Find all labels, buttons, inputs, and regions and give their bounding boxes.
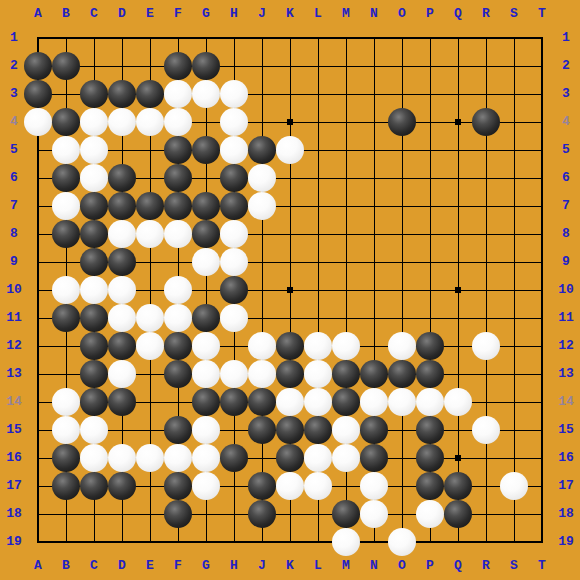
intersection-H3[interactable] <box>220 80 248 108</box>
intersection-R16[interactable] <box>472 444 500 472</box>
intersection-C10[interactable] <box>80 276 108 304</box>
intersection-E10[interactable] <box>136 276 164 304</box>
intersection-N19[interactable] <box>360 528 388 556</box>
intersection-G11[interactable] <box>192 304 220 332</box>
intersection-N12[interactable] <box>360 332 388 360</box>
intersection-N15[interactable] <box>360 416 388 444</box>
intersection-Q5[interactable] <box>444 136 472 164</box>
intersection-Q13[interactable] <box>444 360 472 388</box>
intersection-C4[interactable] <box>80 108 108 136</box>
intersection-M13[interactable] <box>332 360 360 388</box>
intersection-O18[interactable] <box>388 500 416 528</box>
intersection-C3[interactable] <box>80 80 108 108</box>
intersection-G1[interactable] <box>192 24 220 52</box>
intersection-N2[interactable] <box>360 52 388 80</box>
intersection-M7[interactable] <box>332 192 360 220</box>
intersection-A14[interactable] <box>24 388 52 416</box>
intersection-F3[interactable] <box>164 80 192 108</box>
intersection-H18[interactable] <box>220 500 248 528</box>
intersection-Q7[interactable] <box>444 192 472 220</box>
intersection-B7[interactable] <box>52 192 80 220</box>
intersection-J14[interactable] <box>248 388 276 416</box>
intersection-R17[interactable] <box>472 472 500 500</box>
intersection-O9[interactable] <box>388 248 416 276</box>
intersection-S17[interactable] <box>500 472 528 500</box>
intersection-R13[interactable] <box>472 360 500 388</box>
intersection-O3[interactable] <box>388 80 416 108</box>
intersection-A7[interactable] <box>24 192 52 220</box>
intersection-L17[interactable] <box>304 472 332 500</box>
intersection-O14[interactable] <box>388 388 416 416</box>
intersection-A15[interactable] <box>24 416 52 444</box>
intersection-P4[interactable] <box>416 108 444 136</box>
intersection-E6[interactable] <box>136 164 164 192</box>
intersection-A6[interactable] <box>24 164 52 192</box>
intersection-D11[interactable] <box>108 304 136 332</box>
intersection-M14[interactable] <box>332 388 360 416</box>
intersection-P7[interactable] <box>416 192 444 220</box>
intersection-D2[interactable] <box>108 52 136 80</box>
intersection-C15[interactable] <box>80 416 108 444</box>
intersection-F17[interactable] <box>164 472 192 500</box>
intersection-L5[interactable] <box>304 136 332 164</box>
intersection-D14[interactable] <box>108 388 136 416</box>
intersection-H9[interactable] <box>220 248 248 276</box>
intersection-K10[interactable] <box>276 276 304 304</box>
intersection-K15[interactable] <box>276 416 304 444</box>
intersection-A19[interactable] <box>24 528 52 556</box>
intersection-P1[interactable] <box>416 24 444 52</box>
intersection-D16[interactable] <box>108 444 136 472</box>
intersection-E18[interactable] <box>136 500 164 528</box>
intersection-T18[interactable] <box>528 500 556 528</box>
intersection-K1[interactable] <box>276 24 304 52</box>
intersection-R3[interactable] <box>472 80 500 108</box>
intersection-S7[interactable] <box>500 192 528 220</box>
intersection-O7[interactable] <box>388 192 416 220</box>
intersection-C12[interactable] <box>80 332 108 360</box>
intersection-A17[interactable] <box>24 472 52 500</box>
intersection-T4[interactable] <box>528 108 556 136</box>
intersection-T6[interactable] <box>528 164 556 192</box>
intersection-G17[interactable] <box>192 472 220 500</box>
intersection-A4[interactable] <box>24 108 52 136</box>
intersection-J12[interactable] <box>248 332 276 360</box>
intersection-D3[interactable] <box>108 80 136 108</box>
intersection-N14[interactable] <box>360 388 388 416</box>
intersection-G8[interactable] <box>192 220 220 248</box>
intersection-H17[interactable] <box>220 472 248 500</box>
intersection-D17[interactable] <box>108 472 136 500</box>
intersection-C1[interactable] <box>80 24 108 52</box>
intersection-M10[interactable] <box>332 276 360 304</box>
go-board[interactable] <box>24 24 556 556</box>
intersection-N10[interactable] <box>360 276 388 304</box>
intersection-S14[interactable] <box>500 388 528 416</box>
intersection-M15[interactable] <box>332 416 360 444</box>
intersection-Q17[interactable] <box>444 472 472 500</box>
intersection-A18[interactable] <box>24 500 52 528</box>
intersection-B6[interactable] <box>52 164 80 192</box>
intersection-P8[interactable] <box>416 220 444 248</box>
intersection-Q6[interactable] <box>444 164 472 192</box>
intersection-F4[interactable] <box>164 108 192 136</box>
intersection-O1[interactable] <box>388 24 416 52</box>
intersection-A5[interactable] <box>24 136 52 164</box>
intersection-M4[interactable] <box>332 108 360 136</box>
intersection-N9[interactable] <box>360 248 388 276</box>
intersection-J7[interactable] <box>248 192 276 220</box>
intersection-M3[interactable] <box>332 80 360 108</box>
intersection-Q14[interactable] <box>444 388 472 416</box>
intersection-T11[interactable] <box>528 304 556 332</box>
intersection-K11[interactable] <box>276 304 304 332</box>
intersection-G2[interactable] <box>192 52 220 80</box>
intersection-L13[interactable] <box>304 360 332 388</box>
intersection-S1[interactable] <box>500 24 528 52</box>
intersection-M1[interactable] <box>332 24 360 52</box>
intersection-G9[interactable] <box>192 248 220 276</box>
intersection-S5[interactable] <box>500 136 528 164</box>
intersection-B12[interactable] <box>52 332 80 360</box>
intersection-B13[interactable] <box>52 360 80 388</box>
intersection-T17[interactable] <box>528 472 556 500</box>
intersection-B8[interactable] <box>52 220 80 248</box>
intersection-O17[interactable] <box>388 472 416 500</box>
intersection-G15[interactable] <box>192 416 220 444</box>
intersection-S11[interactable] <box>500 304 528 332</box>
intersection-F12[interactable] <box>164 332 192 360</box>
intersection-T15[interactable] <box>528 416 556 444</box>
intersection-R14[interactable] <box>472 388 500 416</box>
intersection-G4[interactable] <box>192 108 220 136</box>
intersection-A12[interactable] <box>24 332 52 360</box>
intersection-G12[interactable] <box>192 332 220 360</box>
intersection-N13[interactable] <box>360 360 388 388</box>
intersection-T19[interactable] <box>528 528 556 556</box>
intersection-S8[interactable] <box>500 220 528 248</box>
intersection-P13[interactable] <box>416 360 444 388</box>
intersection-C9[interactable] <box>80 248 108 276</box>
intersection-K16[interactable] <box>276 444 304 472</box>
intersection-J4[interactable] <box>248 108 276 136</box>
intersection-R2[interactable] <box>472 52 500 80</box>
intersection-F10[interactable] <box>164 276 192 304</box>
intersection-L16[interactable] <box>304 444 332 472</box>
intersection-G18[interactable] <box>192 500 220 528</box>
intersection-T10[interactable] <box>528 276 556 304</box>
intersection-L6[interactable] <box>304 164 332 192</box>
intersection-F6[interactable] <box>164 164 192 192</box>
intersection-H6[interactable] <box>220 164 248 192</box>
intersection-G5[interactable] <box>192 136 220 164</box>
intersection-P12[interactable] <box>416 332 444 360</box>
intersection-P15[interactable] <box>416 416 444 444</box>
intersection-B4[interactable] <box>52 108 80 136</box>
intersection-A9[interactable] <box>24 248 52 276</box>
intersection-K8[interactable] <box>276 220 304 248</box>
intersection-H7[interactable] <box>220 192 248 220</box>
intersection-D8[interactable] <box>108 220 136 248</box>
intersection-O13[interactable] <box>388 360 416 388</box>
intersection-H11[interactable] <box>220 304 248 332</box>
intersection-L8[interactable] <box>304 220 332 248</box>
intersection-T2[interactable] <box>528 52 556 80</box>
intersection-O5[interactable] <box>388 136 416 164</box>
intersection-E13[interactable] <box>136 360 164 388</box>
intersection-F13[interactable] <box>164 360 192 388</box>
intersection-B1[interactable] <box>52 24 80 52</box>
intersection-G19[interactable] <box>192 528 220 556</box>
intersection-D9[interactable] <box>108 248 136 276</box>
intersection-S18[interactable] <box>500 500 528 528</box>
intersection-G7[interactable] <box>192 192 220 220</box>
intersection-K13[interactable] <box>276 360 304 388</box>
intersection-F19[interactable] <box>164 528 192 556</box>
intersection-E19[interactable] <box>136 528 164 556</box>
intersection-C17[interactable] <box>80 472 108 500</box>
intersection-L15[interactable] <box>304 416 332 444</box>
intersection-J8[interactable] <box>248 220 276 248</box>
intersection-T3[interactable] <box>528 80 556 108</box>
intersection-P19[interactable] <box>416 528 444 556</box>
intersection-J1[interactable] <box>248 24 276 52</box>
intersection-O8[interactable] <box>388 220 416 248</box>
intersection-A2[interactable] <box>24 52 52 80</box>
intersection-K19[interactable] <box>276 528 304 556</box>
intersection-D15[interactable] <box>108 416 136 444</box>
intersection-P9[interactable] <box>416 248 444 276</box>
intersection-L7[interactable] <box>304 192 332 220</box>
intersection-L18[interactable] <box>304 500 332 528</box>
intersection-J5[interactable] <box>248 136 276 164</box>
intersection-A13[interactable] <box>24 360 52 388</box>
intersection-C5[interactable] <box>80 136 108 164</box>
intersection-B17[interactable] <box>52 472 80 500</box>
intersection-E11[interactable] <box>136 304 164 332</box>
intersection-C6[interactable] <box>80 164 108 192</box>
intersection-O16[interactable] <box>388 444 416 472</box>
intersection-Q15[interactable] <box>444 416 472 444</box>
intersection-P16[interactable] <box>416 444 444 472</box>
intersection-T16[interactable] <box>528 444 556 472</box>
intersection-Q9[interactable] <box>444 248 472 276</box>
intersection-L4[interactable] <box>304 108 332 136</box>
intersection-O12[interactable] <box>388 332 416 360</box>
intersection-R5[interactable] <box>472 136 500 164</box>
intersection-T9[interactable] <box>528 248 556 276</box>
intersection-F7[interactable] <box>164 192 192 220</box>
intersection-B19[interactable] <box>52 528 80 556</box>
intersection-Q11[interactable] <box>444 304 472 332</box>
intersection-R19[interactable] <box>472 528 500 556</box>
intersection-S6[interactable] <box>500 164 528 192</box>
intersection-K2[interactable] <box>276 52 304 80</box>
intersection-M2[interactable] <box>332 52 360 80</box>
intersection-M12[interactable] <box>332 332 360 360</box>
intersection-K18[interactable] <box>276 500 304 528</box>
intersection-C2[interactable] <box>80 52 108 80</box>
intersection-N16[interactable] <box>360 444 388 472</box>
intersection-O2[interactable] <box>388 52 416 80</box>
intersection-G14[interactable] <box>192 388 220 416</box>
intersection-S4[interactable] <box>500 108 528 136</box>
intersection-S10[interactable] <box>500 276 528 304</box>
intersection-S13[interactable] <box>500 360 528 388</box>
intersection-K14[interactable] <box>276 388 304 416</box>
intersection-Q4[interactable] <box>444 108 472 136</box>
intersection-P3[interactable] <box>416 80 444 108</box>
intersection-Q1[interactable] <box>444 24 472 52</box>
intersection-F18[interactable] <box>164 500 192 528</box>
intersection-H14[interactable] <box>220 388 248 416</box>
intersection-K6[interactable] <box>276 164 304 192</box>
intersection-R12[interactable] <box>472 332 500 360</box>
intersection-C19[interactable] <box>80 528 108 556</box>
intersection-E9[interactable] <box>136 248 164 276</box>
intersection-G16[interactable] <box>192 444 220 472</box>
intersection-N1[interactable] <box>360 24 388 52</box>
intersection-Q2[interactable] <box>444 52 472 80</box>
intersection-J9[interactable] <box>248 248 276 276</box>
intersection-M9[interactable] <box>332 248 360 276</box>
intersection-L14[interactable] <box>304 388 332 416</box>
intersection-J16[interactable] <box>248 444 276 472</box>
intersection-L3[interactable] <box>304 80 332 108</box>
intersection-E2[interactable] <box>136 52 164 80</box>
intersection-B11[interactable] <box>52 304 80 332</box>
intersection-E15[interactable] <box>136 416 164 444</box>
intersection-N3[interactable] <box>360 80 388 108</box>
intersection-F9[interactable] <box>164 248 192 276</box>
intersection-N4[interactable] <box>360 108 388 136</box>
intersection-D19[interactable] <box>108 528 136 556</box>
intersection-J11[interactable] <box>248 304 276 332</box>
intersection-Q8[interactable] <box>444 220 472 248</box>
intersection-C8[interactable] <box>80 220 108 248</box>
intersection-P11[interactable] <box>416 304 444 332</box>
intersection-A11[interactable] <box>24 304 52 332</box>
intersection-B18[interactable] <box>52 500 80 528</box>
intersection-N7[interactable] <box>360 192 388 220</box>
intersection-G3[interactable] <box>192 80 220 108</box>
intersection-A16[interactable] <box>24 444 52 472</box>
intersection-J3[interactable] <box>248 80 276 108</box>
intersection-E12[interactable] <box>136 332 164 360</box>
intersection-R10[interactable] <box>472 276 500 304</box>
intersection-Q3[interactable] <box>444 80 472 108</box>
intersection-L1[interactable] <box>304 24 332 52</box>
intersection-J15[interactable] <box>248 416 276 444</box>
intersection-G10[interactable] <box>192 276 220 304</box>
intersection-J19[interactable] <box>248 528 276 556</box>
intersection-K3[interactable] <box>276 80 304 108</box>
intersection-C7[interactable] <box>80 192 108 220</box>
intersection-D5[interactable] <box>108 136 136 164</box>
intersection-O6[interactable] <box>388 164 416 192</box>
intersection-T14[interactable] <box>528 388 556 416</box>
intersection-Q16[interactable] <box>444 444 472 472</box>
intersection-O4[interactable] <box>388 108 416 136</box>
intersection-N17[interactable] <box>360 472 388 500</box>
intersection-M17[interactable] <box>332 472 360 500</box>
intersection-N8[interactable] <box>360 220 388 248</box>
intersection-H12[interactable] <box>220 332 248 360</box>
intersection-E3[interactable] <box>136 80 164 108</box>
intersection-H19[interactable] <box>220 528 248 556</box>
intersection-Q10[interactable] <box>444 276 472 304</box>
intersection-E8[interactable] <box>136 220 164 248</box>
intersection-E4[interactable] <box>136 108 164 136</box>
intersection-A8[interactable] <box>24 220 52 248</box>
intersection-S3[interactable] <box>500 80 528 108</box>
intersection-J6[interactable] <box>248 164 276 192</box>
intersection-K7[interactable] <box>276 192 304 220</box>
intersection-Q12[interactable] <box>444 332 472 360</box>
intersection-D6[interactable] <box>108 164 136 192</box>
intersection-F15[interactable] <box>164 416 192 444</box>
intersection-D13[interactable] <box>108 360 136 388</box>
intersection-B16[interactable] <box>52 444 80 472</box>
intersection-B10[interactable] <box>52 276 80 304</box>
intersection-E16[interactable] <box>136 444 164 472</box>
intersection-M16[interactable] <box>332 444 360 472</box>
intersection-P17[interactable] <box>416 472 444 500</box>
intersection-D12[interactable] <box>108 332 136 360</box>
intersection-P14[interactable] <box>416 388 444 416</box>
intersection-R7[interactable] <box>472 192 500 220</box>
intersection-F2[interactable] <box>164 52 192 80</box>
intersection-T12[interactable] <box>528 332 556 360</box>
intersection-H13[interactable] <box>220 360 248 388</box>
intersection-A10[interactable] <box>24 276 52 304</box>
intersection-H5[interactable] <box>220 136 248 164</box>
intersection-T8[interactable] <box>528 220 556 248</box>
intersection-T1[interactable] <box>528 24 556 52</box>
intersection-D18[interactable] <box>108 500 136 528</box>
intersection-R4[interactable] <box>472 108 500 136</box>
intersection-A1[interactable] <box>24 24 52 52</box>
intersection-T5[interactable] <box>528 136 556 164</box>
intersection-E5[interactable] <box>136 136 164 164</box>
intersection-S12[interactable] <box>500 332 528 360</box>
intersection-L12[interactable] <box>304 332 332 360</box>
intersection-R8[interactable] <box>472 220 500 248</box>
intersection-T7[interactable] <box>528 192 556 220</box>
intersection-C14[interactable] <box>80 388 108 416</box>
intersection-M18[interactable] <box>332 500 360 528</box>
intersection-L19[interactable] <box>304 528 332 556</box>
intersection-L11[interactable] <box>304 304 332 332</box>
intersection-C16[interactable] <box>80 444 108 472</box>
intersection-B14[interactable] <box>52 388 80 416</box>
intersection-R11[interactable] <box>472 304 500 332</box>
intersection-H16[interactable] <box>220 444 248 472</box>
intersection-T13[interactable] <box>528 360 556 388</box>
intersection-S15[interactable] <box>500 416 528 444</box>
intersection-N6[interactable] <box>360 164 388 192</box>
intersection-F8[interactable] <box>164 220 192 248</box>
intersection-R18[interactable] <box>472 500 500 528</box>
intersection-M8[interactable] <box>332 220 360 248</box>
intersection-J10[interactable] <box>248 276 276 304</box>
intersection-Q18[interactable] <box>444 500 472 528</box>
intersection-D1[interactable] <box>108 24 136 52</box>
intersection-N11[interactable] <box>360 304 388 332</box>
intersection-Q19[interactable] <box>444 528 472 556</box>
intersection-H8[interactable] <box>220 220 248 248</box>
intersection-J13[interactable] <box>248 360 276 388</box>
